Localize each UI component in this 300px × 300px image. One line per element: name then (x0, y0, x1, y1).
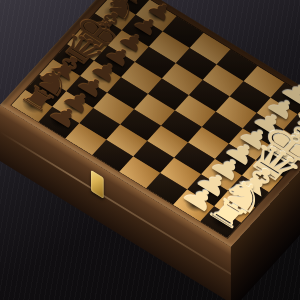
chess-set-photo-scene: ♜♟♟♜♞♟♟♞♝♟♟♝♚♟♟♚♛♟♟♛♝♟♟♝♞♟♟♞♜♟♟♜ (0, 0, 300, 300)
brass-clasp (91, 170, 104, 199)
